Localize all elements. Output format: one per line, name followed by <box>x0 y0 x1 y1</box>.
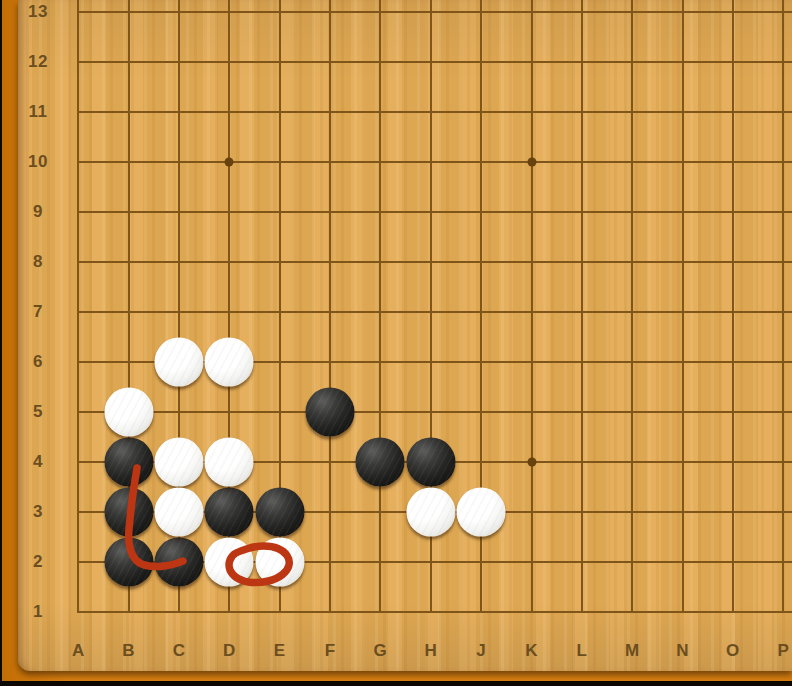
row-label-8: 8 <box>33 252 43 272</box>
star-point-K4 <box>527 457 536 466</box>
row-label-12: 12 <box>28 52 48 72</box>
stone-white-C3[interactable] <box>155 487 204 536</box>
grid-line-col-N <box>682 0 684 613</box>
row-label-7: 7 <box>33 302 43 322</box>
stone-black-B4[interactable] <box>104 437 153 486</box>
stone-white-H3[interactable] <box>406 487 455 536</box>
row-label-13: 13 <box>28 2 48 22</box>
col-label-B: B <box>122 641 135 661</box>
grid-line-row-11 <box>77 111 792 113</box>
col-label-F: F <box>325 641 336 661</box>
row-label-11: 11 <box>29 102 48 122</box>
col-label-L: L <box>576 641 587 661</box>
row-label-9: 9 <box>33 202 43 222</box>
row-label-4: 4 <box>33 452 43 472</box>
grid-line-col-O <box>732 0 734 613</box>
goban-play-area[interactable]: 13121110987654321ABCDEFGHJKLMNOP <box>0 0 792 686</box>
star-point-D10 <box>225 157 234 166</box>
row-label-6: 6 <box>33 352 43 372</box>
col-label-N: N <box>676 641 689 661</box>
grid-line-row-10 <box>77 161 792 163</box>
col-label-A: A <box>72 641 85 661</box>
col-label-O: O <box>726 641 740 661</box>
grid-line-col-P <box>782 0 784 613</box>
go-app-screenshot: 13121110987654321ABCDEFGHJKLMNOP <box>0 0 792 686</box>
col-label-E: E <box>274 641 286 661</box>
grid-line-col-M <box>631 0 633 613</box>
grid-line-col-G <box>379 0 381 613</box>
grid-line-row-12 <box>77 61 792 63</box>
stone-white-E2[interactable] <box>255 537 304 586</box>
grid-line-col-K <box>531 0 533 613</box>
grid-line-row-7 <box>77 311 792 313</box>
stone-black-E3[interactable] <box>255 487 304 536</box>
stone-white-D2[interactable] <box>205 537 254 586</box>
grid-line-row-13 <box>77 11 792 13</box>
col-label-D: D <box>223 641 236 661</box>
row-label-1: 1 <box>33 602 43 622</box>
grid-line-row-9 <box>77 211 792 213</box>
col-label-G: G <box>374 641 388 661</box>
col-label-H: H <box>424 641 437 661</box>
grid-line-row-1 <box>77 611 792 613</box>
grid-line-row-5 <box>77 411 792 413</box>
stone-white-B5[interactable] <box>104 387 153 436</box>
stone-black-F5[interactable] <box>306 387 355 436</box>
stone-black-H4[interactable] <box>406 437 455 486</box>
grid-line-col-L <box>581 0 583 613</box>
stone-black-G4[interactable] <box>356 437 405 486</box>
stone-black-B2[interactable] <box>104 537 153 586</box>
stone-white-J3[interactable] <box>457 487 506 536</box>
stone-white-D6[interactable] <box>205 337 254 386</box>
grid-line-row-8 <box>77 261 792 263</box>
row-label-10: 10 <box>28 152 48 172</box>
col-label-K: K <box>525 641 538 661</box>
stone-white-C4[interactable] <box>155 437 204 486</box>
col-label-M: M <box>625 641 640 661</box>
stone-black-C2[interactable] <box>155 537 204 586</box>
row-label-5: 5 <box>33 402 43 422</box>
col-label-C: C <box>173 641 186 661</box>
grid-line-col-A <box>77 0 79 613</box>
stone-black-B3[interactable] <box>104 487 153 536</box>
grid-line-col-F <box>329 0 331 613</box>
row-label-2: 2 <box>33 552 43 572</box>
stone-white-D4[interactable] <box>205 437 254 486</box>
stone-black-D3[interactable] <box>205 487 254 536</box>
col-label-P: P <box>777 641 789 661</box>
stone-white-C6[interactable] <box>155 337 204 386</box>
row-label-3: 3 <box>33 502 43 522</box>
col-label-J: J <box>476 641 486 661</box>
star-point-K10 <box>527 157 536 166</box>
